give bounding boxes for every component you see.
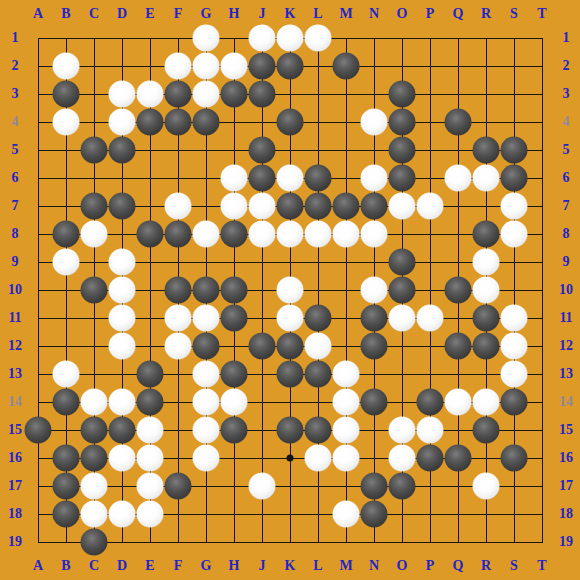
row-label-right-19: 19 <box>559 535 573 549</box>
stone-white-G15 <box>193 417 220 444</box>
stone-black-F4 <box>165 109 192 136</box>
stone-black-K13 <box>277 361 304 388</box>
stone-white-R9 <box>473 249 500 276</box>
stone-black-N7 <box>361 193 388 220</box>
stone-white-H2 <box>221 53 248 80</box>
col-label-top-E: E <box>145 7 154 21</box>
stone-black-B8 <box>53 221 80 248</box>
stone-black-R15 <box>473 417 500 444</box>
stone-white-L8 <box>305 221 332 248</box>
row-label-left-17: 17 <box>8 479 22 493</box>
stone-black-H13 <box>221 361 248 388</box>
stone-white-D14 <box>109 389 136 416</box>
stone-black-D5 <box>109 137 136 164</box>
stone-black-O6 <box>389 165 416 192</box>
col-label-top-D: D <box>117 7 127 21</box>
stone-black-S5 <box>501 137 528 164</box>
row-label-right-11: 11 <box>559 311 572 325</box>
stone-black-R5 <box>473 137 500 164</box>
stone-black-K12 <box>277 333 304 360</box>
stone-black-O3 <box>389 81 416 108</box>
stone-black-H10 <box>221 277 248 304</box>
stone-black-L7 <box>305 193 332 220</box>
stone-black-O17 <box>389 473 416 500</box>
stone-white-B2 <box>53 53 80 80</box>
stone-black-R8 <box>473 221 500 248</box>
stone-white-M8 <box>333 221 360 248</box>
row-label-left-11: 11 <box>8 311 21 325</box>
stone-black-Q12 <box>445 333 472 360</box>
stone-white-E15 <box>137 417 164 444</box>
stone-white-J17 <box>249 473 276 500</box>
stone-white-K10 <box>277 277 304 304</box>
stone-white-S11 <box>501 305 528 332</box>
stone-white-S8 <box>501 221 528 248</box>
col-label-bottom-F: F <box>174 559 183 573</box>
stone-white-J8 <box>249 221 276 248</box>
stone-black-F10 <box>165 277 192 304</box>
stone-black-A15 <box>25 417 52 444</box>
stone-black-O4 <box>389 109 416 136</box>
stone-black-F8 <box>165 221 192 248</box>
col-label-bottom-G: G <box>201 559 212 573</box>
stone-black-B14 <box>53 389 80 416</box>
col-label-top-O: O <box>397 7 408 21</box>
row-label-right-3: 3 <box>563 87 570 101</box>
stone-white-E17 <box>137 473 164 500</box>
stone-black-J2 <box>249 53 276 80</box>
stone-black-P16 <box>417 445 444 472</box>
stone-white-M13 <box>333 361 360 388</box>
col-label-top-L: L <box>313 7 322 21</box>
stone-white-D3 <box>109 81 136 108</box>
stone-white-R17 <box>473 473 500 500</box>
stone-white-H14 <box>221 389 248 416</box>
stone-black-C19 <box>81 529 108 556</box>
col-label-bottom-L: L <box>313 559 322 573</box>
col-label-top-A: A <box>33 7 43 21</box>
stone-white-F11 <box>165 305 192 332</box>
col-label-bottom-H: H <box>229 559 240 573</box>
row-label-right-16: 16 <box>559 451 573 465</box>
stone-black-O10 <box>389 277 416 304</box>
stone-white-G1 <box>193 25 220 52</box>
stone-white-S7 <box>501 193 528 220</box>
stone-white-R6 <box>473 165 500 192</box>
stone-white-M16 <box>333 445 360 472</box>
stone-white-E16 <box>137 445 164 472</box>
stone-black-N11 <box>361 305 388 332</box>
stone-black-N14 <box>361 389 388 416</box>
stone-black-L11 <box>305 305 332 332</box>
stone-white-G13 <box>193 361 220 388</box>
stone-white-G16 <box>193 445 220 472</box>
stone-white-S12 <box>501 333 528 360</box>
stone-black-B16 <box>53 445 80 472</box>
stone-black-L6 <box>305 165 332 192</box>
row-label-left-19: 19 <box>8 535 22 549</box>
col-label-top-Q: Q <box>453 7 464 21</box>
stone-black-N18 <box>361 501 388 528</box>
stone-white-K6 <box>277 165 304 192</box>
stone-black-B3 <box>53 81 80 108</box>
row-label-left-12: 12 <box>8 339 22 353</box>
stone-black-F17 <box>165 473 192 500</box>
stone-white-L16 <box>305 445 332 472</box>
stone-black-S14 <box>501 389 528 416</box>
col-label-bottom-A: A <box>33 559 43 573</box>
col-label-top-G: G <box>201 7 212 21</box>
stone-white-E3 <box>137 81 164 108</box>
stone-black-K2 <box>277 53 304 80</box>
stone-white-J1 <box>249 25 276 52</box>
stone-white-M14 <box>333 389 360 416</box>
stone-black-J5 <box>249 137 276 164</box>
stone-black-Q4 <box>445 109 472 136</box>
col-label-bottom-B: B <box>61 559 70 573</box>
stone-black-M7 <box>333 193 360 220</box>
stone-black-J6 <box>249 165 276 192</box>
stone-white-O16 <box>389 445 416 472</box>
stone-white-P11 <box>417 305 444 332</box>
stone-white-F7 <box>165 193 192 220</box>
stone-black-K15 <box>277 417 304 444</box>
stone-white-G3 <box>193 81 220 108</box>
stone-white-D9 <box>109 249 136 276</box>
stone-black-O9 <box>389 249 416 276</box>
stone-black-E13 <box>137 361 164 388</box>
stone-black-K4 <box>277 109 304 136</box>
stone-black-F3 <box>165 81 192 108</box>
stone-black-L15 <box>305 417 332 444</box>
stone-black-C15 <box>81 417 108 444</box>
stone-black-Q16 <box>445 445 472 472</box>
stone-white-D4 <box>109 109 136 136</box>
stone-white-F2 <box>165 53 192 80</box>
stone-black-H15 <box>221 417 248 444</box>
stone-white-B4 <box>53 109 80 136</box>
row-label-right-7: 7 <box>563 199 570 213</box>
col-label-top-C: C <box>89 7 99 21</box>
row-label-right-15: 15 <box>559 423 573 437</box>
stone-white-S13 <box>501 361 528 388</box>
stone-white-D18 <box>109 501 136 528</box>
row-label-right-4: 4 <box>563 115 570 129</box>
stone-white-R10 <box>473 277 500 304</box>
col-label-bottom-C: C <box>89 559 99 573</box>
stone-white-K1 <box>277 25 304 52</box>
stone-black-C7 <box>81 193 108 220</box>
col-label-bottom-N: N <box>369 559 379 573</box>
col-label-top-H: H <box>229 7 240 21</box>
row-label-right-6: 6 <box>563 171 570 185</box>
stone-black-O5 <box>389 137 416 164</box>
col-label-top-F: F <box>174 7 183 21</box>
stone-white-Q14 <box>445 389 472 416</box>
row-label-left-2: 2 <box>12 59 19 73</box>
stone-white-N4 <box>361 109 388 136</box>
stone-black-C16 <box>81 445 108 472</box>
col-label-bottom-R: R <box>481 559 491 573</box>
stone-black-Q10 <box>445 277 472 304</box>
stone-black-H11 <box>221 305 248 332</box>
stone-white-O11 <box>389 305 416 332</box>
stone-white-C8 <box>81 221 108 248</box>
col-label-bottom-J: J <box>259 559 266 573</box>
col-label-bottom-T: T <box>537 559 546 573</box>
stone-white-G8 <box>193 221 220 248</box>
stone-white-N10 <box>361 277 388 304</box>
col-label-bottom-Q: Q <box>453 559 464 573</box>
stone-white-F12 <box>165 333 192 360</box>
stone-white-D11 <box>109 305 136 332</box>
stone-black-S16 <box>501 445 528 472</box>
row-label-left-3: 3 <box>12 87 19 101</box>
col-label-bottom-K: K <box>285 559 296 573</box>
row-label-left-15: 15 <box>8 423 22 437</box>
row-label-right-17: 17 <box>559 479 573 493</box>
stone-black-C10 <box>81 277 108 304</box>
col-label-top-M: M <box>339 7 352 21</box>
stone-white-D12 <box>109 333 136 360</box>
stone-white-Q6 <box>445 165 472 192</box>
row-label-right-10: 10 <box>559 283 573 297</box>
stone-white-E18 <box>137 501 164 528</box>
col-label-top-T: T <box>537 7 546 21</box>
stone-white-K11 <box>277 305 304 332</box>
stone-white-L1 <box>305 25 332 52</box>
col-label-top-R: R <box>481 7 491 21</box>
stone-black-J12 <box>249 333 276 360</box>
stone-white-O7 <box>389 193 416 220</box>
col-label-top-N: N <box>369 7 379 21</box>
stone-white-G2 <box>193 53 220 80</box>
row-label-left-14: 14 <box>8 395 22 409</box>
col-label-top-K: K <box>285 7 296 21</box>
stone-black-E8 <box>137 221 164 248</box>
col-label-bottom-M: M <box>339 559 352 573</box>
stone-black-D15 <box>109 417 136 444</box>
stone-white-C14 <box>81 389 108 416</box>
stone-black-C5 <box>81 137 108 164</box>
stone-black-P14 <box>417 389 444 416</box>
row-label-left-4: 4 <box>12 115 19 129</box>
stone-black-N12 <box>361 333 388 360</box>
stone-black-B17 <box>53 473 80 500</box>
col-label-top-P: P <box>426 7 435 21</box>
row-label-left-9: 9 <box>12 255 19 269</box>
stone-white-D10 <box>109 277 136 304</box>
col-label-top-B: B <box>61 7 70 21</box>
row-label-left-16: 16 <box>8 451 22 465</box>
col-label-top-S: S <box>510 7 518 21</box>
stone-white-G11 <box>193 305 220 332</box>
stone-white-O15 <box>389 417 416 444</box>
row-label-left-8: 8 <box>12 227 19 241</box>
stone-white-K8 <box>277 221 304 248</box>
row-label-left-13: 13 <box>8 367 22 381</box>
stone-black-R11 <box>473 305 500 332</box>
stone-white-D16 <box>109 445 136 472</box>
row-label-right-2: 2 <box>563 59 570 73</box>
stone-black-N17 <box>361 473 388 500</box>
stone-black-L13 <box>305 361 332 388</box>
col-label-bottom-S: S <box>510 559 518 573</box>
row-label-right-9: 9 <box>563 255 570 269</box>
stone-white-M15 <box>333 417 360 444</box>
stone-black-K7 <box>277 193 304 220</box>
stone-white-G14 <box>193 389 220 416</box>
row-label-left-7: 7 <box>12 199 19 213</box>
stone-white-J7 <box>249 193 276 220</box>
stone-white-B9 <box>53 249 80 276</box>
row-label-right-12: 12 <box>559 339 573 353</box>
row-label-right-13: 13 <box>559 367 573 381</box>
stone-black-M2 <box>333 53 360 80</box>
col-label-bottom-O: O <box>397 559 408 573</box>
stone-black-D7 <box>109 193 136 220</box>
stone-black-E14 <box>137 389 164 416</box>
stone-white-M18 <box>333 501 360 528</box>
stone-black-R12 <box>473 333 500 360</box>
col-label-bottom-P: P <box>426 559 435 573</box>
go-board: ABCDEFGHJKLMNOPQRST ABCDEFGHJKLMNOPQRST … <box>0 0 580 580</box>
star-point-K16 <box>287 455 294 462</box>
stone-black-E4 <box>137 109 164 136</box>
row-label-left-6: 6 <box>12 171 19 185</box>
row-label-right-5: 5 <box>563 143 570 157</box>
stone-black-G10 <box>193 277 220 304</box>
stone-black-H3 <box>221 81 248 108</box>
stone-white-C18 <box>81 501 108 528</box>
stone-black-J3 <box>249 81 276 108</box>
row-label-left-18: 18 <box>8 507 22 521</box>
stone-white-P15 <box>417 417 444 444</box>
stone-white-H6 <box>221 165 248 192</box>
row-label-left-5: 5 <box>12 143 19 157</box>
row-label-right-8: 8 <box>563 227 570 241</box>
stone-black-G4 <box>193 109 220 136</box>
stone-white-L12 <box>305 333 332 360</box>
stone-black-G12 <box>193 333 220 360</box>
stone-black-S6 <box>501 165 528 192</box>
row-label-left-10: 10 <box>8 283 22 297</box>
stone-white-C17 <box>81 473 108 500</box>
stone-black-B18 <box>53 501 80 528</box>
stone-white-N8 <box>361 221 388 248</box>
row-label-right-14: 14 <box>559 395 573 409</box>
stone-white-H7 <box>221 193 248 220</box>
col-label-bottom-E: E <box>145 559 154 573</box>
row-label-right-18: 18 <box>559 507 573 521</box>
col-label-bottom-D: D <box>117 559 127 573</box>
stone-white-P7 <box>417 193 444 220</box>
col-label-top-J: J <box>259 7 266 21</box>
stone-white-R14 <box>473 389 500 416</box>
stone-white-N6 <box>361 165 388 192</box>
row-label-right-1: 1 <box>563 31 570 45</box>
stone-white-B13 <box>53 361 80 388</box>
stone-black-H8 <box>221 221 248 248</box>
row-label-left-1: 1 <box>12 31 19 45</box>
